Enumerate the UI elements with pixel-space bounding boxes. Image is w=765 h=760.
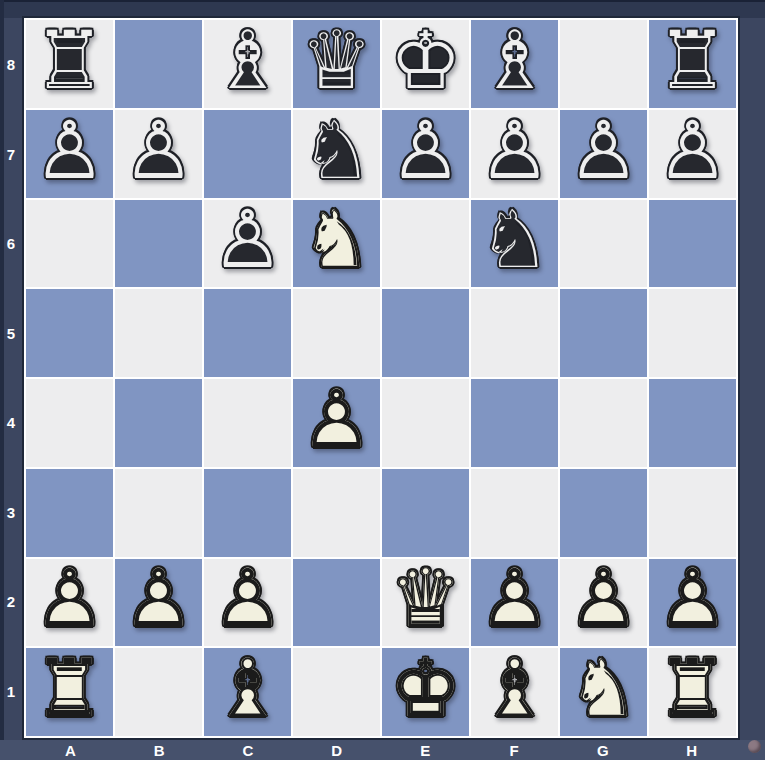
piece-white-pawn-h2[interactable]: ♟♙ xyxy=(649,559,736,647)
square-h5[interactable] xyxy=(649,289,736,377)
black-bishop-detail-icon: ♗ xyxy=(479,21,551,101)
square-a1[interactable]: ♜♖ xyxy=(26,648,113,736)
square-a8[interactable]: ♜♖ xyxy=(26,20,113,108)
rank-label-2: 2 xyxy=(0,557,22,647)
square-f3[interactable] xyxy=(471,469,558,557)
white-pawn-detail-icon: ♙ xyxy=(657,559,729,639)
piece-white-pawn-b2[interactable]: ♟♙ xyxy=(115,559,202,647)
square-a6[interactable] xyxy=(26,200,113,288)
piece-white-queen-e2[interactable]: ♛♕ xyxy=(382,559,469,647)
rank-label-3: 3 xyxy=(0,468,22,558)
square-e3[interactable] xyxy=(382,469,469,557)
black-king-detail-icon: ♔ xyxy=(390,21,462,101)
piece-white-rook-h1[interactable]: ♜♖ xyxy=(649,648,736,736)
square-c3[interactable] xyxy=(204,469,291,557)
white-knight-detail-icon: ♘ xyxy=(568,649,640,729)
square-e1[interactable]: ♚♔ xyxy=(382,648,469,736)
rank-label-8: 8 xyxy=(0,20,22,110)
black-pawn-detail-icon: ♙ xyxy=(34,110,106,190)
piece-white-pawn-f2[interactable]: ♟♙ xyxy=(471,559,558,647)
piece-white-pawn-c2[interactable]: ♟♙ xyxy=(204,559,291,647)
black-pawn-detail-icon: ♙ xyxy=(390,110,462,190)
square-a4[interactable] xyxy=(26,379,113,467)
square-h2[interactable]: ♟♙ xyxy=(649,559,736,647)
square-h4[interactable] xyxy=(649,379,736,467)
piece-black-rook-a8[interactable]: ♜♖ xyxy=(26,20,113,108)
piece-white-pawn-d4[interactable]: ♟♙ xyxy=(293,379,380,467)
square-h7[interactable]: ♟♙ xyxy=(649,110,736,198)
square-f7[interactable]: ♟♙ xyxy=(471,110,558,198)
black-bishop-detail-icon: ♗ xyxy=(212,21,284,101)
square-c8[interactable]: ♝♗ xyxy=(204,20,291,108)
square-c1[interactable]: ♝♗ xyxy=(204,648,291,736)
black-pawn-detail-icon: ♙ xyxy=(479,110,551,190)
square-d8[interactable]: ♛♕ xyxy=(293,20,380,108)
piece-white-bishop-c1[interactable]: ♝♗ xyxy=(204,648,291,736)
square-f1[interactable]: ♝♗ xyxy=(471,648,558,736)
square-g1[interactable]: ♞♘ xyxy=(560,648,647,736)
square-d2[interactable] xyxy=(293,559,380,647)
white-bishop-detail-icon: ♗ xyxy=(212,649,284,729)
square-h8[interactable]: ♜♖ xyxy=(649,20,736,108)
rank-label-5: 5 xyxy=(0,289,22,379)
square-a7[interactable]: ♟♙ xyxy=(26,110,113,198)
square-f5[interactable] xyxy=(471,289,558,377)
square-g6[interactable] xyxy=(560,200,647,288)
square-g3[interactable] xyxy=(560,469,647,557)
square-a2[interactable]: ♟♙ xyxy=(26,559,113,647)
square-b1[interactable] xyxy=(115,648,202,736)
black-knight-detail-icon: ♘ xyxy=(479,200,551,280)
window-top-edge xyxy=(0,0,765,2)
square-d5[interactable] xyxy=(293,289,380,377)
square-d4[interactable]: ♟♙ xyxy=(293,379,380,467)
white-knight-detail-icon: ♘ xyxy=(301,200,373,280)
square-f4[interactable] xyxy=(471,379,558,467)
square-a3[interactable] xyxy=(26,469,113,557)
piece-white-knight-d6[interactable]: ♞♘ xyxy=(293,200,380,288)
square-h3[interactable] xyxy=(649,469,736,557)
piece-black-bishop-f8[interactable]: ♝♗ xyxy=(471,20,558,108)
piece-black-pawn-c6[interactable]: ♟♙ xyxy=(204,200,291,288)
square-d3[interactable] xyxy=(293,469,380,557)
black-pawn-detail-icon: ♙ xyxy=(212,200,284,280)
piece-black-bishop-c8[interactable]: ♝♗ xyxy=(204,20,291,108)
piece-white-pawn-a2[interactable]: ♟♙ xyxy=(26,559,113,647)
white-queen-detail-icon: ♕ xyxy=(390,559,462,639)
square-b7[interactable]: ♟♙ xyxy=(115,110,202,198)
square-c7[interactable] xyxy=(204,110,291,198)
square-e4[interactable] xyxy=(382,379,469,467)
black-rook-detail-icon: ♖ xyxy=(34,21,106,101)
rank-label-1: 1 xyxy=(0,647,22,737)
white-rook-detail-icon: ♖ xyxy=(657,649,729,729)
white-rook-detail-icon: ♖ xyxy=(34,649,106,729)
file-label-c: C xyxy=(204,740,293,760)
square-b5[interactable] xyxy=(115,289,202,377)
white-pawn-detail-icon: ♙ xyxy=(479,559,551,639)
piece-black-queen-d8[interactable]: ♛♕ xyxy=(293,20,380,108)
white-king-detail-icon: ♔ xyxy=(390,649,462,729)
file-label-e: E xyxy=(381,740,470,760)
file-label-b: B xyxy=(115,740,204,760)
black-knight-detail-icon: ♘ xyxy=(301,110,373,190)
square-b6[interactable] xyxy=(115,200,202,288)
rank-label-7: 7 xyxy=(0,110,22,200)
piece-black-knight-f6[interactable]: ♞♘ xyxy=(471,200,558,288)
square-a5[interactable] xyxy=(26,289,113,377)
chess-board: ♜♖♝♗♛♕♚♔♝♗♜♖♟♙♟♙♞♘♟♙♟♙♟♙♟♙♟♙♞♘♞♘♟♙♟♙♟♙♟♙… xyxy=(26,20,736,736)
square-c6[interactable]: ♟♙ xyxy=(204,200,291,288)
black-pawn-detail-icon: ♙ xyxy=(657,110,729,190)
black-pawn-detail-icon: ♙ xyxy=(568,110,640,190)
file-label-g: G xyxy=(559,740,648,760)
square-e6[interactable] xyxy=(382,200,469,288)
square-b3[interactable] xyxy=(115,469,202,557)
square-c2[interactable]: ♟♙ xyxy=(204,559,291,647)
file-label-d: D xyxy=(292,740,381,760)
square-d1[interactable] xyxy=(293,648,380,736)
white-pawn-detail-icon: ♙ xyxy=(301,380,373,460)
piece-white-bishop-f1[interactable]: ♝♗ xyxy=(471,648,558,736)
square-e5[interactable] xyxy=(382,289,469,377)
square-g4[interactable] xyxy=(560,379,647,467)
piece-white-rook-a1[interactable]: ♜♖ xyxy=(26,648,113,736)
square-f8[interactable]: ♝♗ xyxy=(471,20,558,108)
piece-white-pawn-g2[interactable]: ♟♙ xyxy=(560,559,647,647)
square-d7[interactable]: ♞♘ xyxy=(293,110,380,198)
black-rook-detail-icon: ♖ xyxy=(657,21,729,101)
square-e7[interactable]: ♟♙ xyxy=(382,110,469,198)
corner-dot xyxy=(748,740,761,753)
white-pawn-detail-icon: ♙ xyxy=(212,559,284,639)
piece-black-pawn-e7[interactable]: ♟♙ xyxy=(382,110,469,198)
square-c5[interactable] xyxy=(204,289,291,377)
black-queen-detail-icon: ♕ xyxy=(301,21,373,101)
square-h1[interactable]: ♜♖ xyxy=(649,648,736,736)
square-g5[interactable] xyxy=(560,289,647,377)
white-pawn-detail-icon: ♙ xyxy=(123,559,195,639)
chess-board-frame: ♜♖♝♗♛♕♚♔♝♗♜♖♟♙♟♙♞♘♟♙♟♙♟♙♟♙♟♙♞♘♞♘♟♙♟♙♟♙♟♙… xyxy=(22,16,740,740)
white-pawn-detail-icon: ♙ xyxy=(34,559,106,639)
piece-black-pawn-h7[interactable]: ♟♙ xyxy=(649,110,736,198)
piece-black-pawn-a7[interactable]: ♟♙ xyxy=(26,110,113,198)
file-labels: ABCDEFGH xyxy=(26,740,736,760)
square-c4[interactable] xyxy=(204,379,291,467)
square-g2[interactable]: ♟♙ xyxy=(560,559,647,647)
file-label-a: A xyxy=(26,740,115,760)
piece-black-knight-d7[interactable]: ♞♘ xyxy=(293,110,380,198)
piece-white-knight-g1[interactable]: ♞♘ xyxy=(560,648,647,736)
file-label-f: F xyxy=(470,740,559,760)
square-b2[interactable]: ♟♙ xyxy=(115,559,202,647)
rank-label-4: 4 xyxy=(0,378,22,468)
square-g7[interactable]: ♟♙ xyxy=(560,110,647,198)
piece-black-pawn-g7[interactable]: ♟♙ xyxy=(560,110,647,198)
piece-black-pawn-f7[interactable]: ♟♙ xyxy=(471,110,558,198)
square-h6[interactable] xyxy=(649,200,736,288)
black-pawn-detail-icon: ♙ xyxy=(123,110,195,190)
square-d6[interactable]: ♞♘ xyxy=(293,200,380,288)
square-b8[interactable] xyxy=(115,20,202,108)
square-f6[interactable]: ♞♘ xyxy=(471,200,558,288)
white-bishop-detail-icon: ♗ xyxy=(479,649,551,729)
piece-black-king-e8[interactable]: ♚♔ xyxy=(382,20,469,108)
rank-labels: 87654321 xyxy=(0,20,22,736)
rank-label-6: 6 xyxy=(0,199,22,289)
file-label-h: H xyxy=(647,740,736,760)
square-e8[interactable]: ♚♔ xyxy=(382,20,469,108)
square-g8[interactable] xyxy=(560,20,647,108)
piece-white-king-e1[interactable]: ♚♔ xyxy=(382,648,469,736)
square-b4[interactable] xyxy=(115,379,202,467)
square-f2[interactable]: ♟♙ xyxy=(471,559,558,647)
square-e2[interactable]: ♛♕ xyxy=(382,559,469,647)
piece-black-pawn-b7[interactable]: ♟♙ xyxy=(115,110,202,198)
piece-black-rook-h8[interactable]: ♜♖ xyxy=(649,20,736,108)
white-pawn-detail-icon: ♙ xyxy=(568,559,640,639)
